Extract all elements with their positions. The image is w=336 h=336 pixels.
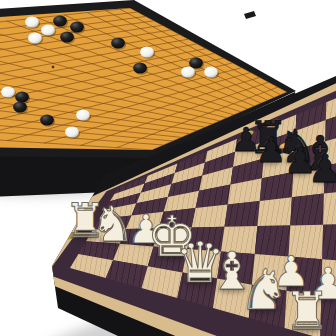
go-stone-black[interactable]	[111, 38, 125, 49]
go-stone-black[interactable]	[189, 58, 203, 69]
go-stone-white[interactable]	[204, 67, 218, 78]
go-stone-white[interactable]	[140, 47, 154, 58]
chess-piece-white-knight[interactable]: ♞	[239, 262, 289, 318]
product-photo-board-game-set: ♟♜♞♟♝♟♟♜♞♟♚♛♟♝♟♞♜	[0, 0, 336, 336]
go-stone-black[interactable]	[60, 32, 74, 43]
go-stone-black[interactable]	[13, 102, 27, 113]
go-stone-black[interactable]	[15, 92, 29, 103]
go-rim-clasp	[244, 11, 256, 19]
go-stone-black[interactable]	[53, 16, 67, 27]
go-stone-white[interactable]	[25, 17, 39, 28]
go-stone-white[interactable]	[65, 127, 79, 138]
go-stone-black[interactable]	[40, 115, 54, 126]
go-stone-white[interactable]	[41, 25, 55, 36]
chess-piece-black-pawn[interactable]: ♟	[255, 133, 286, 168]
go-stone-white[interactable]	[181, 67, 195, 78]
go-star-point	[52, 66, 55, 69]
go-stone-white[interactable]	[28, 33, 42, 44]
go-stone-black[interactable]	[70, 22, 84, 33]
go-stone-black[interactable]	[133, 63, 147, 74]
chess-piece-black-pawn[interactable]: ♟	[308, 149, 336, 188]
chess-piece-white-rook[interactable]: ♜	[284, 285, 331, 336]
go-stone-white[interactable]	[1, 87, 15, 98]
go-stone-white[interactable]	[76, 110, 90, 121]
